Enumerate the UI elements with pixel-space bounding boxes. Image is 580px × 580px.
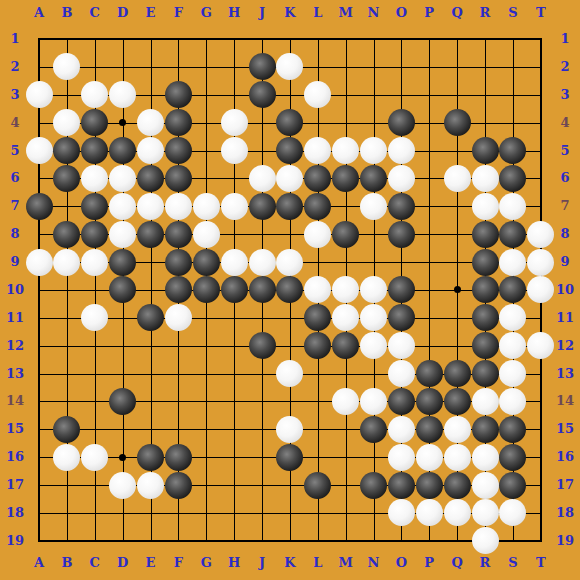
row-label-left-14: 14	[1, 392, 29, 410]
white-stone-o16	[388, 444, 415, 471]
column-label-bottom-c: C	[84, 554, 106, 572]
column-label-top-f: F	[167, 4, 189, 22]
black-stone-j10	[249, 276, 276, 303]
white-stone-n11	[360, 304, 387, 331]
white-stone-k13	[276, 360, 303, 387]
row-label-left-15: 15	[1, 420, 29, 438]
column-label-bottom-e: E	[140, 554, 162, 572]
row-label-right-16: 16	[551, 448, 579, 466]
column-label-top-h: H	[223, 4, 245, 22]
white-stone-n5	[360, 137, 387, 164]
white-stone-c3	[81, 81, 108, 108]
black-stone-f5	[165, 137, 192, 164]
black-stone-f17	[165, 472, 192, 499]
black-stone-l12	[304, 332, 331, 359]
row-label-left-2: 2	[1, 58, 29, 76]
white-stone-m5	[332, 137, 359, 164]
black-stone-p15	[416, 416, 443, 443]
row-label-left-12: 12	[1, 337, 29, 355]
row-label-right-14: 14	[551, 392, 579, 410]
white-stone-d17	[109, 472, 136, 499]
star-point-d4	[119, 119, 126, 126]
black-stone-s5	[499, 137, 526, 164]
black-stone-r13	[472, 360, 499, 387]
black-stone-m8	[332, 221, 359, 248]
black-stone-j2	[249, 53, 276, 80]
black-stone-c4	[81, 109, 108, 136]
white-stone-m14	[332, 388, 359, 415]
black-stone-c7	[81, 193, 108, 220]
black-stone-d14	[109, 388, 136, 415]
black-stone-s17	[499, 472, 526, 499]
black-stone-e16	[137, 444, 164, 471]
row-label-right-10: 10	[551, 281, 579, 299]
column-label-top-e: E	[140, 4, 162, 22]
row-label-left-10: 10	[1, 281, 29, 299]
black-stone-k4	[276, 109, 303, 136]
black-stone-f9	[165, 249, 192, 276]
row-label-right-11: 11	[551, 309, 579, 327]
white-stone-d7	[109, 193, 136, 220]
white-stone-h4	[221, 109, 248, 136]
white-stone-b2	[53, 53, 80, 80]
white-stone-c6	[81, 165, 108, 192]
black-stone-o7	[388, 193, 415, 220]
column-label-bottom-j: J	[251, 554, 273, 572]
row-label-left-6: 6	[1, 169, 29, 187]
grid-line-horizontal	[38, 318, 542, 319]
black-stone-e6	[137, 165, 164, 192]
white-stone-d3	[109, 81, 136, 108]
white-stone-h7	[221, 193, 248, 220]
white-stone-r7	[472, 193, 499, 220]
column-label-top-n: N	[363, 4, 385, 22]
row-label-left-8: 8	[1, 225, 29, 243]
white-stone-k9	[276, 249, 303, 276]
row-label-right-8: 8	[551, 225, 579, 243]
white-stone-s13	[499, 360, 526, 387]
black-stone-f3	[165, 81, 192, 108]
column-label-top-l: L	[307, 4, 329, 22]
black-stone-s8	[499, 221, 526, 248]
white-stone-p18	[416, 499, 443, 526]
column-label-top-m: M	[335, 4, 357, 22]
column-label-top-d: D	[112, 4, 134, 22]
white-stone-n14	[360, 388, 387, 415]
black-stone-b8	[53, 221, 80, 248]
black-stone-k5	[276, 137, 303, 164]
white-stone-b4	[53, 109, 80, 136]
black-stone-o11	[388, 304, 415, 331]
white-stone-n12	[360, 332, 387, 359]
column-label-bottom-p: P	[418, 554, 440, 572]
white-stone-k2	[276, 53, 303, 80]
column-label-bottom-k: K	[279, 554, 301, 572]
black-stone-q13	[444, 360, 471, 387]
white-stone-k6	[276, 165, 303, 192]
black-stone-f10	[165, 276, 192, 303]
column-label-bottom-t: T	[530, 554, 552, 572]
column-label-bottom-q: Q	[446, 554, 468, 572]
column-label-top-r: R	[474, 4, 496, 22]
row-label-left-4: 4	[1, 114, 29, 132]
black-stone-d10	[109, 276, 136, 303]
row-label-right-7: 7	[551, 197, 579, 215]
black-stone-k10	[276, 276, 303, 303]
row-label-left-16: 16	[1, 448, 29, 466]
column-label-top-k: K	[279, 4, 301, 22]
black-stone-j7	[249, 193, 276, 220]
white-stone-l10	[304, 276, 331, 303]
column-label-bottom-a: A	[28, 554, 50, 572]
row-label-right-15: 15	[551, 420, 579, 438]
star-point-q10	[454, 286, 461, 293]
black-stone-b5	[53, 137, 80, 164]
black-stone-s6	[499, 165, 526, 192]
white-stone-r19	[472, 527, 499, 554]
column-label-bottom-m: M	[335, 554, 357, 572]
black-stone-f16	[165, 444, 192, 471]
row-label-left-9: 9	[1, 253, 29, 271]
black-stone-n6	[360, 165, 387, 192]
white-stone-m11	[332, 304, 359, 331]
black-stone-l17	[304, 472, 331, 499]
row-label-left-19: 19	[1, 532, 29, 550]
column-label-bottom-d: D	[112, 554, 134, 572]
black-stone-q17	[444, 472, 471, 499]
white-stone-d6	[109, 165, 136, 192]
black-stone-m12	[332, 332, 359, 359]
black-stone-l11	[304, 304, 331, 331]
column-label-top-t: T	[530, 4, 552, 22]
row-label-left-13: 13	[1, 365, 29, 383]
column-label-bottom-h: H	[223, 554, 245, 572]
row-label-left-3: 3	[1, 86, 29, 104]
white-stone-q16	[444, 444, 471, 471]
white-stone-d8	[109, 221, 136, 248]
white-stone-r14	[472, 388, 499, 415]
black-stone-o10	[388, 276, 415, 303]
column-label-bottom-f: F	[167, 554, 189, 572]
white-stone-g7	[193, 193, 220, 220]
black-stone-s15	[499, 416, 526, 443]
column-label-bottom-b: B	[56, 554, 78, 572]
column-label-top-o: O	[390, 4, 412, 22]
black-stone-e11	[137, 304, 164, 331]
black-stone-l6	[304, 165, 331, 192]
white-stone-s9	[499, 249, 526, 276]
white-stone-c16	[81, 444, 108, 471]
black-stone-j3	[249, 81, 276, 108]
white-stone-m10	[332, 276, 359, 303]
white-stone-s11	[499, 304, 526, 331]
white-stone-a5	[26, 137, 53, 164]
row-label-right-4: 4	[551, 114, 579, 132]
white-stone-q15	[444, 416, 471, 443]
white-stone-o15	[388, 416, 415, 443]
white-stone-f11	[165, 304, 192, 331]
grid-line-horizontal	[38, 540, 542, 542]
go-app-window: AABBCCDDEEFFGGHHJJKKLLMMNNOOPPQQRRSSTT11…	[0, 0, 580, 580]
white-stone-p16	[416, 444, 443, 471]
row-label-right-3: 3	[551, 86, 579, 104]
black-stone-f4	[165, 109, 192, 136]
black-stone-e8	[137, 221, 164, 248]
column-label-bottom-s: S	[502, 554, 524, 572]
white-stone-h5	[221, 137, 248, 164]
row-label-left-7: 7	[1, 197, 29, 215]
black-stone-s10	[499, 276, 526, 303]
white-stone-r17	[472, 472, 499, 499]
black-stone-o17	[388, 472, 415, 499]
white-stone-o18	[388, 499, 415, 526]
column-label-top-s: S	[502, 4, 524, 22]
black-stone-r8	[472, 221, 499, 248]
black-stone-s16	[499, 444, 526, 471]
black-stone-g9	[193, 249, 220, 276]
row-label-right-5: 5	[551, 142, 579, 160]
white-stone-s18	[499, 499, 526, 526]
row-label-right-2: 2	[551, 58, 579, 76]
white-stone-o5	[388, 137, 415, 164]
row-label-right-6: 6	[551, 169, 579, 187]
black-stone-b6	[53, 165, 80, 192]
white-stone-a9	[26, 249, 53, 276]
white-stone-o13	[388, 360, 415, 387]
row-label-left-5: 5	[1, 142, 29, 160]
black-stone-r15	[472, 416, 499, 443]
white-stone-k15	[276, 416, 303, 443]
column-label-top-a: A	[28, 4, 50, 22]
white-stone-h9	[221, 249, 248, 276]
white-stone-e5	[137, 137, 164, 164]
column-label-top-p: P	[418, 4, 440, 22]
row-label-right-19: 19	[551, 532, 579, 550]
black-stone-b15	[53, 416, 80, 443]
black-stone-n17	[360, 472, 387, 499]
white-stone-s12	[499, 332, 526, 359]
column-label-top-q: Q	[446, 4, 468, 22]
black-stone-c5	[81, 137, 108, 164]
black-stone-o8	[388, 221, 415, 248]
row-label-right-17: 17	[551, 476, 579, 494]
white-stone-b9	[53, 249, 80, 276]
black-stone-q14	[444, 388, 471, 415]
row-label-right-1: 1	[551, 30, 579, 48]
row-label-left-18: 18	[1, 504, 29, 522]
row-label-right-13: 13	[551, 365, 579, 383]
row-label-left-17: 17	[1, 476, 29, 494]
black-stone-r10	[472, 276, 499, 303]
column-label-top-j: J	[251, 4, 273, 22]
white-stone-r6	[472, 165, 499, 192]
white-stone-e17	[137, 472, 164, 499]
black-stone-d9	[109, 249, 136, 276]
black-stone-l7	[304, 193, 331, 220]
go-board[interactable]: AABBCCDDEEFFGGHHJJKKLLMMNNOOPPQQRRSSTT11…	[0, 0, 580, 580]
column-label-bottom-g: G	[195, 554, 217, 572]
column-label-top-b: B	[56, 4, 78, 22]
black-stone-c8	[81, 221, 108, 248]
star-point-d16	[119, 454, 126, 461]
row-label-left-1: 1	[1, 30, 29, 48]
black-stone-r11	[472, 304, 499, 331]
white-stone-r18	[472, 499, 499, 526]
white-stone-j6	[249, 165, 276, 192]
white-stone-g8	[193, 221, 220, 248]
black-stone-g10	[193, 276, 220, 303]
row-label-right-12: 12	[551, 337, 579, 355]
white-stone-o12	[388, 332, 415, 359]
black-stone-f6	[165, 165, 192, 192]
column-label-top-c: C	[84, 4, 106, 22]
black-stone-p14	[416, 388, 443, 415]
black-stone-r12	[472, 332, 499, 359]
white-stone-l5	[304, 137, 331, 164]
black-stone-f8	[165, 221, 192, 248]
black-stone-k16	[276, 444, 303, 471]
white-stone-e4	[137, 109, 164, 136]
white-stone-c9	[81, 249, 108, 276]
black-stone-n15	[360, 416, 387, 443]
white-stone-n10	[360, 276, 387, 303]
black-stone-q4	[444, 109, 471, 136]
black-stone-p17	[416, 472, 443, 499]
black-stone-p13	[416, 360, 443, 387]
grid-line-horizontal	[38, 346, 542, 347]
column-label-bottom-l: L	[307, 554, 329, 572]
white-stone-s14	[499, 388, 526, 415]
black-stone-h10	[221, 276, 248, 303]
column-label-bottom-r: R	[474, 554, 496, 572]
column-label-top-g: G	[195, 4, 217, 22]
black-stone-o14	[388, 388, 415, 415]
white-stone-n7	[360, 193, 387, 220]
white-stone-f7	[165, 193, 192, 220]
white-stone-l8	[304, 221, 331, 248]
black-stone-k7	[276, 193, 303, 220]
white-stone-c11	[81, 304, 108, 331]
white-stone-l3	[304, 81, 331, 108]
white-stone-q6	[444, 165, 471, 192]
column-label-bottom-n: N	[363, 554, 385, 572]
white-stone-e7	[137, 193, 164, 220]
black-stone-m6	[332, 165, 359, 192]
black-stone-a7	[26, 193, 53, 220]
white-stone-q18	[444, 499, 471, 526]
black-stone-r9	[472, 249, 499, 276]
white-stone-j9	[249, 249, 276, 276]
black-stone-r5	[472, 137, 499, 164]
white-stone-r16	[472, 444, 499, 471]
white-stone-o6	[388, 165, 415, 192]
row-label-right-9: 9	[551, 253, 579, 271]
white-stone-a3	[26, 81, 53, 108]
white-stone-b16	[53, 444, 80, 471]
black-stone-j12	[249, 332, 276, 359]
white-stone-s7	[499, 193, 526, 220]
column-label-bottom-o: O	[390, 554, 412, 572]
row-label-right-18: 18	[551, 504, 579, 522]
row-label-left-11: 11	[1, 309, 29, 327]
black-stone-o4	[388, 109, 415, 136]
black-stone-d5	[109, 137, 136, 164]
